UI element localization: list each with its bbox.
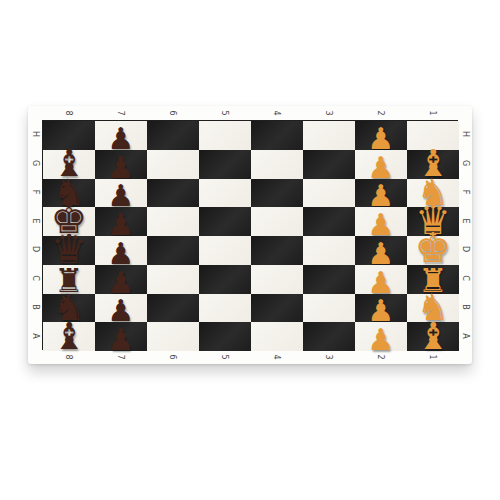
piece-black-pawn-h7[interactable]: ♟ [108, 125, 135, 152]
square-b5[interactable] [199, 294, 251, 323]
square-g6[interactable] [147, 150, 199, 179]
square-f5[interactable] [199, 179, 251, 208]
square-f4[interactable] [251, 179, 303, 208]
file-label-left-e: E [31, 218, 39, 223]
file-label-left-g: G [31, 160, 39, 166]
file-label-left-a: A [31, 333, 39, 338]
rank-label-top-4: 4 [272, 110, 280, 115]
square-g5[interactable] [199, 150, 251, 179]
file-label-left-d: D [31, 246, 39, 252]
square-c3[interactable] [303, 265, 355, 294]
square-b2[interactable]: ♟ [355, 294, 407, 323]
rank-labels-top: 87654321 [42, 106, 458, 120]
square-c7[interactable]: ♟ [95, 265, 147, 294]
square-f2[interactable]: ♟ [355, 179, 407, 208]
file-labels-right: HGFEDCBA [458, 120, 472, 350]
square-h3[interactable] [303, 121, 355, 150]
rank-label-top-1: 1 [428, 110, 436, 115]
rank-label-bottom-6: 6 [168, 354, 176, 359]
file-label-left-h: H [31, 131, 39, 137]
square-h6[interactable] [147, 121, 199, 150]
square-a1[interactable]: ♝ [407, 322, 459, 351]
piece-white-pawn-f2[interactable]: ♟ [368, 182, 395, 209]
rank-label-top-7: 7 [116, 110, 124, 115]
file-label-right-h: H [461, 131, 469, 137]
square-d6[interactable] [147, 236, 199, 265]
square-e2[interactable]: ♟ [355, 207, 407, 236]
piece-white-pawn-c2[interactable]: ♟ [368, 269, 395, 296]
square-d7[interactable]: ♟ [95, 236, 147, 265]
square-e7[interactable]: ♟ [95, 207, 147, 236]
square-e5[interactable] [199, 207, 251, 236]
square-h7[interactable]: ♟ [95, 121, 147, 150]
square-e4[interactable] [251, 207, 303, 236]
square-c4[interactable] [251, 265, 303, 294]
file-label-right-a: A [461, 333, 469, 338]
file-label-right-f: F [461, 190, 469, 195]
board-corner [458, 106, 472, 120]
square-f6[interactable] [147, 179, 199, 208]
square-g7[interactable]: ♟ [95, 150, 147, 179]
piece-black-bishop-a8[interactable]: ♝ [52, 320, 85, 353]
rank-label-top-2: 2 [376, 110, 384, 115]
piece-white-pawn-h2[interactable]: ♟ [368, 125, 395, 152]
square-b7[interactable]: ♟ [95, 294, 147, 323]
file-label-left-c: C [31, 275, 39, 281]
piece-black-pawn-a7[interactable]: ♟ [108, 326, 135, 353]
board-corner [28, 350, 42, 364]
piece-white-bishop-a1[interactable]: ♝ [416, 320, 449, 353]
piece-black-pawn-f7[interactable]: ♟ [108, 182, 135, 209]
board-corner [458, 350, 472, 364]
square-h5[interactable] [199, 121, 251, 150]
board-corner [28, 106, 42, 120]
piece-black-pawn-b7[interactable]: ♟ [108, 297, 135, 324]
square-a2[interactable]: ♟ [355, 322, 407, 351]
piece-white-pawn-d2[interactable]: ♟ [368, 240, 395, 267]
square-c5[interactable] [199, 265, 251, 294]
square-h4[interactable] [251, 121, 303, 150]
square-a7[interactable]: ♟ [95, 322, 147, 351]
square-g4[interactable] [251, 150, 303, 179]
piece-black-pawn-c7[interactable]: ♟ [108, 269, 135, 296]
square-a5[interactable] [199, 322, 251, 351]
square-a3[interactable] [303, 322, 355, 351]
board-grid: ♟♟♝♟♟♝♞♟♟♞♚♟♟♛♛♟♟♚♜♟♟♜♞♟♟♞♝♟♟♝ [42, 120, 458, 350]
rank-label-bottom-4: 4 [272, 354, 280, 359]
piece-white-pawn-e2[interactable]: ♟ [368, 211, 395, 238]
rank-label-top-8: 8 [64, 110, 72, 115]
square-d3[interactable] [303, 236, 355, 265]
square-h2[interactable]: ♟ [355, 121, 407, 150]
piece-white-pawn-b2[interactable]: ♟ [368, 297, 395, 324]
file-labels-left: HGFEDCBA [28, 120, 42, 350]
square-d2[interactable]: ♟ [355, 236, 407, 265]
file-label-right-b: B [461, 304, 469, 310]
square-e6[interactable] [147, 207, 199, 236]
square-b6[interactable] [147, 294, 199, 323]
square-b4[interactable] [251, 294, 303, 323]
file-label-right-c: C [461, 275, 469, 281]
file-label-right-g: G [461, 160, 469, 166]
square-a8[interactable]: ♝ [43, 322, 95, 351]
square-e3[interactable] [303, 207, 355, 236]
file-label-right-e: E [461, 218, 469, 223]
piece-black-pawn-e7[interactable]: ♟ [108, 211, 135, 238]
file-label-left-f: F [31, 190, 39, 195]
piece-black-pawn-d7[interactable]: ♟ [108, 240, 135, 267]
square-c6[interactable] [147, 265, 199, 294]
square-c2[interactable]: ♟ [355, 265, 407, 294]
file-label-right-d: D [461, 246, 469, 252]
square-a4[interactable] [251, 322, 303, 351]
square-g2[interactable]: ♟ [355, 150, 407, 179]
square-d4[interactable] [251, 236, 303, 265]
piece-white-pawn-g2[interactable]: ♟ [368, 154, 395, 181]
chess-board: 87654321 HGFEDCBA ♟♟♝♟♟♝♞♟♟♞♚♟♟♛♛♟♟♚♜♟♟♜… [28, 106, 472, 364]
rank-label-bottom-3: 3 [324, 354, 332, 359]
file-label-left-b: B [31, 304, 39, 310]
rank-label-bottom-5: 5 [220, 354, 228, 359]
piece-white-pawn-a2[interactable]: ♟ [368, 326, 395, 353]
rank-label-top-5: 5 [220, 110, 228, 115]
square-b3[interactable] [303, 294, 355, 323]
square-f7[interactable]: ♟ [95, 179, 147, 208]
square-f3[interactable] [303, 179, 355, 208]
rank-label-top-6: 6 [168, 110, 176, 115]
square-a6[interactable] [147, 322, 199, 351]
piece-black-pawn-g7[interactable]: ♟ [108, 154, 135, 181]
square-d5[interactable] [199, 236, 251, 265]
square-g3[interactable] [303, 150, 355, 179]
rank-labels-bottom: 87654321 [42, 350, 458, 364]
rank-label-top-3: 3 [324, 110, 332, 115]
